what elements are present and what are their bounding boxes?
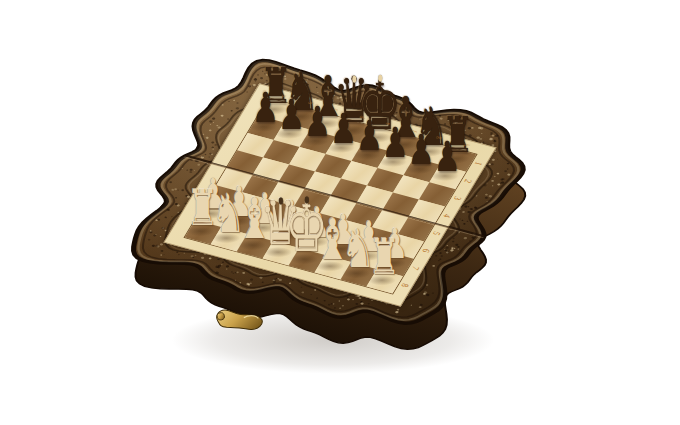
product-photo-scene: ♜♞♝♛♚♝♞♜♟♟♟♟♟♟♟♟♟♟♟♟♟♟♟♟♜♞♝♛♚♝♞♜ 1234567…	[0, 0, 680, 425]
